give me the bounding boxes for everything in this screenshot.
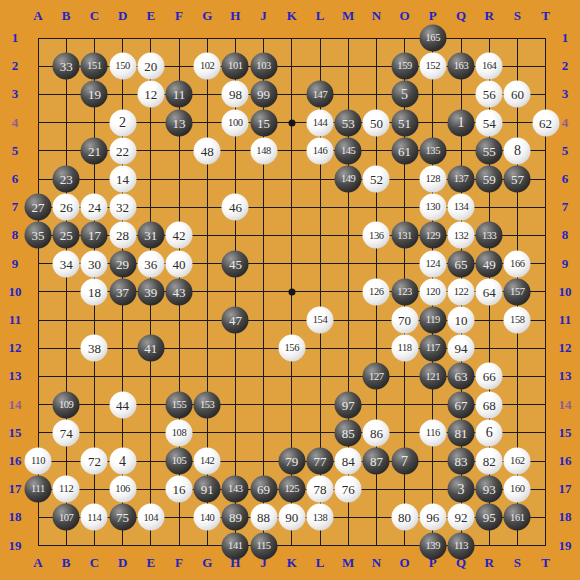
stone-white-36[interactable]: 36 bbox=[137, 250, 164, 277]
stone-number: 45 bbox=[229, 257, 242, 270]
stone-number: 25 bbox=[60, 229, 73, 242]
row-label-left: 14 bbox=[9, 397, 22, 413]
stone-black-107[interactable]: 107 bbox=[53, 504, 80, 531]
column-label-top: J bbox=[260, 8, 267, 24]
stone-black-135[interactable]: 135 bbox=[419, 137, 446, 164]
column-label-top: C bbox=[90, 8, 99, 24]
stone-white-50[interactable]: 50 bbox=[363, 109, 390, 136]
stone-black-15[interactable]: 15 bbox=[250, 109, 277, 136]
stone-white-90[interactable]: 90 bbox=[278, 504, 305, 531]
stone-white-6[interactable]: 6 bbox=[476, 419, 503, 446]
stone-white-76[interactable]: 76 bbox=[335, 476, 362, 503]
stone-white-48[interactable]: 48 bbox=[194, 137, 221, 164]
stone-number: 79 bbox=[285, 455, 298, 468]
stone-white-148[interactable]: 148 bbox=[250, 137, 277, 164]
stone-black-157[interactable]: 157 bbox=[504, 278, 531, 305]
stone-black-117[interactable]: 117 bbox=[419, 335, 446, 362]
column-label-bottom: G bbox=[202, 555, 212, 571]
stone-black-17[interactable]: 17 bbox=[81, 222, 108, 249]
stone-number: 82 bbox=[483, 455, 496, 468]
stone-black-143[interactable]: 143 bbox=[222, 476, 249, 503]
stone-white-22[interactable]: 22 bbox=[109, 137, 136, 164]
stone-number: 154 bbox=[313, 315, 328, 326]
stone-number: 24 bbox=[88, 201, 101, 214]
stone-white-138[interactable]: 138 bbox=[307, 504, 334, 531]
stone-black-85[interactable]: 85 bbox=[335, 419, 362, 446]
stone-black-35[interactable]: 35 bbox=[25, 222, 52, 249]
stone-black-161[interactable]: 161 bbox=[504, 504, 531, 531]
stone-white-110[interactable]: 110 bbox=[25, 448, 52, 475]
stone-white-44[interactable]: 44 bbox=[109, 391, 136, 418]
stone-black-49[interactable]: 49 bbox=[476, 250, 503, 277]
stone-white-52[interactable]: 52 bbox=[363, 166, 390, 193]
stone-black-25[interactable]: 25 bbox=[53, 222, 80, 249]
stone-black-13[interactable]: 13 bbox=[166, 109, 193, 136]
stone-black-53[interactable]: 53 bbox=[335, 109, 362, 136]
stone-black-75[interactable]: 75 bbox=[109, 504, 136, 531]
stone-number: 64 bbox=[483, 285, 496, 298]
stone-white-26[interactable]: 26 bbox=[53, 194, 80, 221]
stone-black-97[interactable]: 97 bbox=[335, 391, 362, 418]
stone-white-38[interactable]: 38 bbox=[81, 335, 108, 362]
stone-white-122[interactable]: 122 bbox=[448, 278, 475, 305]
stone-black-133[interactable]: 133 bbox=[476, 222, 503, 249]
column-label-top: T bbox=[541, 8, 550, 24]
stone-white-120[interactable]: 120 bbox=[419, 278, 446, 305]
stone-white-88[interactable]: 88 bbox=[250, 504, 277, 531]
stone-number: 145 bbox=[341, 146, 356, 157]
stone-number: 5 bbox=[401, 87, 408, 101]
stone-number: 56 bbox=[483, 88, 496, 101]
stone-black-141[interactable]: 141 bbox=[222, 532, 249, 559]
stone-number: 166 bbox=[510, 258, 525, 269]
stone-number: 72 bbox=[88, 455, 101, 468]
stone-black-5[interactable]: 5 bbox=[391, 81, 418, 108]
stone-white-118[interactable]: 118 bbox=[391, 335, 418, 362]
stone-number: 66 bbox=[483, 370, 496, 383]
stone-white-54[interactable]: 54 bbox=[476, 109, 503, 136]
stone-black-149[interactable]: 149 bbox=[335, 166, 362, 193]
stone-white-116[interactable]: 116 bbox=[419, 419, 446, 446]
stone-number: 115 bbox=[257, 540, 271, 551]
stone-black-19[interactable]: 19 bbox=[81, 81, 108, 108]
stone-white-100[interactable]: 100 bbox=[222, 109, 249, 136]
column-label-top: M bbox=[342, 8, 354, 24]
stone-white-80[interactable]: 80 bbox=[391, 504, 418, 531]
stone-number: 114 bbox=[87, 512, 101, 523]
stone-white-162[interactable]: 162 bbox=[504, 448, 531, 475]
column-label-top: H bbox=[230, 8, 240, 24]
stone-number: 134 bbox=[454, 202, 469, 213]
stone-number: 31 bbox=[144, 229, 157, 242]
stone-number: 157 bbox=[510, 287, 525, 298]
stone-white-62[interactable]: 62 bbox=[532, 109, 559, 136]
stone-black-47[interactable]: 47 bbox=[222, 307, 249, 334]
stone-number: 6 bbox=[486, 426, 493, 440]
stone-white-164[interactable]: 164 bbox=[476, 53, 503, 80]
stone-white-104[interactable]: 104 bbox=[137, 504, 164, 531]
stone-black-3[interactable]: 3 bbox=[448, 476, 475, 503]
stone-white-28[interactable]: 28 bbox=[109, 222, 136, 249]
stone-number: 165 bbox=[426, 33, 441, 44]
stone-white-146[interactable]: 146 bbox=[307, 137, 334, 164]
stone-white-46[interactable]: 46 bbox=[222, 194, 249, 221]
row-label-right: 13 bbox=[559, 368, 572, 384]
stone-black-41[interactable]: 41 bbox=[137, 335, 164, 362]
stone-number: 86 bbox=[370, 426, 383, 439]
stone-black-129[interactable]: 129 bbox=[419, 222, 446, 249]
go-board: AABBCCDDEEFFGGHHJJKKLLMMNNOOPPQQRRSSTT11… bbox=[0, 0, 580, 580]
stone-black-37[interactable]: 37 bbox=[109, 278, 136, 305]
stone-number: 35 bbox=[32, 229, 45, 242]
column-label-bottom: E bbox=[146, 555, 155, 571]
stone-white-152[interactable]: 152 bbox=[419, 53, 446, 80]
stone-white-102[interactable]: 102 bbox=[194, 53, 221, 80]
stone-white-140[interactable]: 140 bbox=[194, 504, 221, 531]
stone-number: 2 bbox=[119, 116, 126, 130]
stone-black-87[interactable]: 87 bbox=[363, 448, 390, 475]
stone-number: 101 bbox=[228, 61, 243, 72]
row-label-left: 13 bbox=[9, 368, 22, 384]
stone-black-137[interactable]: 137 bbox=[448, 166, 475, 193]
stone-number: 129 bbox=[426, 230, 441, 241]
stone-number: 48 bbox=[201, 144, 214, 157]
row-label-right: 6 bbox=[562, 171, 569, 187]
stone-number: 16 bbox=[173, 483, 186, 496]
stone-black-55[interactable]: 55 bbox=[476, 137, 503, 164]
row-label-left: 11 bbox=[9, 312, 21, 328]
stone-black-127[interactable]: 127 bbox=[363, 363, 390, 390]
stone-number: 131 bbox=[397, 230, 412, 241]
row-label-left: 5 bbox=[12, 143, 19, 159]
stone-black-113[interactable]: 113 bbox=[448, 532, 475, 559]
stone-white-166[interactable]: 166 bbox=[504, 250, 531, 277]
stone-white-156[interactable]: 156 bbox=[278, 335, 305, 362]
row-label-left: 9 bbox=[12, 256, 19, 272]
stone-black-57[interactable]: 57 bbox=[504, 166, 531, 193]
column-label-bottom: F bbox=[175, 555, 183, 571]
stone-number: 141 bbox=[228, 540, 243, 551]
row-label-left: 17 bbox=[9, 481, 22, 497]
stone-white-128[interactable]: 128 bbox=[419, 166, 446, 193]
stone-black-45[interactable]: 45 bbox=[222, 250, 249, 277]
stone-number: 4 bbox=[119, 454, 126, 468]
stone-black-105[interactable]: 105 bbox=[166, 448, 193, 475]
stone-number: 22 bbox=[116, 144, 129, 157]
stone-number: 144 bbox=[313, 117, 328, 128]
stone-number: 124 bbox=[426, 258, 441, 269]
stone-white-16[interactable]: 16 bbox=[166, 476, 193, 503]
stone-white-130[interactable]: 130 bbox=[419, 194, 446, 221]
row-label-right: 15 bbox=[559, 425, 572, 441]
stone-white-18[interactable]: 18 bbox=[81, 278, 108, 305]
column-label-bottom: R bbox=[484, 555, 493, 571]
stone-white-142[interactable]: 142 bbox=[194, 448, 221, 475]
stone-number: 76 bbox=[342, 483, 355, 496]
column-label-top: S bbox=[514, 8, 521, 24]
stone-white-160[interactable]: 160 bbox=[504, 476, 531, 503]
stone-black-77[interactable]: 77 bbox=[307, 448, 334, 475]
stone-white-106[interactable]: 106 bbox=[109, 476, 136, 503]
stone-black-151[interactable]: 151 bbox=[81, 53, 108, 80]
stone-number: 123 bbox=[397, 287, 412, 298]
stone-white-68[interactable]: 68 bbox=[476, 391, 503, 418]
stone-white-78[interactable]: 78 bbox=[307, 476, 334, 503]
stone-white-30[interactable]: 30 bbox=[81, 250, 108, 277]
stone-number: 70 bbox=[398, 314, 411, 327]
stone-white-20[interactable]: 20 bbox=[137, 53, 164, 80]
stone-white-8[interactable]: 8 bbox=[504, 137, 531, 164]
stone-white-70[interactable]: 70 bbox=[391, 307, 418, 334]
stone-number: 121 bbox=[426, 371, 441, 382]
stone-white-86[interactable]: 86 bbox=[363, 419, 390, 446]
column-label-bottom: T bbox=[541, 555, 550, 571]
row-label-right: 2 bbox=[562, 58, 569, 74]
stone-number: 17 bbox=[88, 229, 101, 242]
stone-number: 13 bbox=[173, 116, 186, 129]
column-label-top: R bbox=[484, 8, 493, 24]
stone-white-136[interactable]: 136 bbox=[363, 222, 390, 249]
stone-black-91[interactable]: 91 bbox=[194, 476, 221, 503]
row-label-right: 18 bbox=[559, 509, 572, 525]
stone-black-103[interactable]: 103 bbox=[250, 53, 277, 80]
stone-black-155[interactable]: 155 bbox=[166, 391, 193, 418]
stone-black-59[interactable]: 59 bbox=[476, 166, 503, 193]
stone-white-60[interactable]: 60 bbox=[504, 81, 531, 108]
stone-white-34[interactable]: 34 bbox=[53, 250, 80, 277]
stone-number: 38 bbox=[88, 342, 101, 355]
column-label-top: N bbox=[372, 8, 381, 24]
stone-number: 119 bbox=[426, 315, 440, 326]
stone-number: 23 bbox=[60, 173, 73, 186]
stone-number: 136 bbox=[369, 230, 384, 241]
row-label-right: 17 bbox=[559, 481, 572, 497]
stone-white-10[interactable]: 10 bbox=[448, 307, 475, 334]
stone-white-14[interactable]: 14 bbox=[109, 166, 136, 193]
stone-black-7[interactable]: 7 bbox=[391, 448, 418, 475]
row-label-right: 10 bbox=[559, 284, 572, 300]
stone-white-144[interactable]: 144 bbox=[307, 109, 334, 136]
stone-number: 97 bbox=[342, 398, 355, 411]
stone-black-125[interactable]: 125 bbox=[278, 476, 305, 503]
stone-black-95[interactable]: 95 bbox=[476, 504, 503, 531]
stone-white-82[interactable]: 82 bbox=[476, 448, 503, 475]
stone-black-153[interactable]: 153 bbox=[194, 391, 221, 418]
stone-number: 80 bbox=[398, 511, 411, 524]
stone-white-40[interactable]: 40 bbox=[166, 250, 193, 277]
column-label-bottom: D bbox=[118, 555, 127, 571]
stone-number: 44 bbox=[116, 398, 129, 411]
stone-black-1[interactable]: 1 bbox=[448, 109, 475, 136]
stone-number: 27 bbox=[32, 201, 45, 214]
stone-number: 139 bbox=[426, 540, 441, 551]
stone-white-108[interactable]: 108 bbox=[166, 419, 193, 446]
stone-black-147[interactable]: 147 bbox=[307, 81, 334, 108]
stone-white-72[interactable]: 72 bbox=[81, 448, 108, 475]
stone-white-98[interactable]: 98 bbox=[222, 81, 249, 108]
stone-white-158[interactable]: 158 bbox=[504, 307, 531, 334]
stone-white-24[interactable]: 24 bbox=[81, 194, 108, 221]
column-label-top: O bbox=[400, 8, 410, 24]
stone-number: 147 bbox=[313, 89, 328, 100]
column-label-top: D bbox=[118, 8, 127, 24]
stone-black-121[interactable]: 121 bbox=[419, 363, 446, 390]
stone-white-64[interactable]: 64 bbox=[476, 278, 503, 305]
stone-number: 18 bbox=[88, 285, 101, 298]
stone-number: 137 bbox=[454, 174, 469, 185]
stone-black-11[interactable]: 11 bbox=[166, 81, 193, 108]
stone-black-67[interactable]: 67 bbox=[448, 391, 475, 418]
stone-number: 14 bbox=[116, 173, 129, 186]
stone-white-2[interactable]: 2 bbox=[109, 109, 136, 136]
row-label-left: 16 bbox=[9, 453, 22, 469]
stone-black-131[interactable]: 131 bbox=[391, 222, 418, 249]
stone-black-93[interactable]: 93 bbox=[476, 476, 503, 503]
stone-number: 88 bbox=[257, 511, 270, 524]
stone-black-119[interactable]: 119 bbox=[419, 307, 446, 334]
stone-number: 163 bbox=[454, 61, 469, 72]
row-label-left: 1 bbox=[12, 30, 19, 46]
stone-white-96[interactable]: 96 bbox=[419, 504, 446, 531]
stone-number: 85 bbox=[342, 426, 355, 439]
stone-black-33[interactable]: 33 bbox=[53, 53, 80, 80]
stone-black-69[interactable]: 69 bbox=[250, 476, 277, 503]
stone-number: 94 bbox=[455, 342, 468, 355]
stone-number: 78 bbox=[314, 483, 327, 496]
stone-number: 61 bbox=[398, 144, 411, 157]
column-label-top: K bbox=[287, 8, 297, 24]
row-label-right: 11 bbox=[559, 312, 571, 328]
stone-black-89[interactable]: 89 bbox=[222, 504, 249, 531]
stone-number: 161 bbox=[510, 512, 525, 523]
stone-black-63[interactable]: 63 bbox=[448, 363, 475, 390]
stone-number: 153 bbox=[200, 399, 215, 410]
stone-black-27[interactable]: 27 bbox=[25, 194, 52, 221]
stone-number: 89 bbox=[229, 511, 242, 524]
stone-black-99[interactable]: 99 bbox=[250, 81, 277, 108]
row-label-left: 3 bbox=[12, 86, 19, 102]
stone-number: 148 bbox=[256, 146, 271, 157]
stone-white-92[interactable]: 92 bbox=[448, 504, 475, 531]
stone-black-31[interactable]: 31 bbox=[137, 222, 164, 249]
stone-black-159[interactable]: 159 bbox=[391, 53, 418, 80]
stone-number: 60 bbox=[511, 88, 524, 101]
row-label-right: 7 bbox=[562, 199, 569, 215]
stone-black-29[interactable]: 29 bbox=[109, 250, 136, 277]
stone-black-43[interactable]: 43 bbox=[166, 278, 193, 305]
stone-black-123[interactable]: 123 bbox=[391, 278, 418, 305]
stone-black-115[interactable]: 115 bbox=[250, 532, 277, 559]
stone-black-139[interactable]: 139 bbox=[419, 532, 446, 559]
stone-number: 138 bbox=[313, 512, 328, 523]
stone-white-154[interactable]: 154 bbox=[307, 307, 334, 334]
stone-white-132[interactable]: 132 bbox=[448, 222, 475, 249]
stone-white-74[interactable]: 74 bbox=[53, 419, 80, 446]
stone-number: 47 bbox=[229, 314, 242, 327]
stone-white-114[interactable]: 114 bbox=[81, 504, 108, 531]
stone-white-84[interactable]: 84 bbox=[335, 448, 362, 475]
stone-black-83[interactable]: 83 bbox=[448, 448, 475, 475]
stone-number: 117 bbox=[426, 343, 440, 354]
stone-white-42[interactable]: 42 bbox=[166, 222, 193, 249]
stone-number: 19 bbox=[88, 88, 101, 101]
stone-number: 1 bbox=[458, 116, 465, 130]
stone-white-32[interactable]: 32 bbox=[109, 194, 136, 221]
stone-number: 100 bbox=[228, 117, 243, 128]
stone-number: 98 bbox=[229, 88, 242, 101]
row-label-left: 7 bbox=[12, 199, 19, 215]
stone-number: 51 bbox=[398, 116, 411, 129]
stone-black-39[interactable]: 39 bbox=[137, 278, 164, 305]
stone-number: 93 bbox=[483, 483, 496, 496]
stone-white-12[interactable]: 12 bbox=[137, 81, 164, 108]
column-label-bottom: C bbox=[90, 555, 99, 571]
stone-number: 95 bbox=[483, 511, 496, 524]
stone-white-150[interactable]: 150 bbox=[109, 53, 136, 80]
stone-black-101[interactable]: 101 bbox=[222, 53, 249, 80]
stone-white-66[interactable]: 66 bbox=[476, 363, 503, 390]
stone-number: 126 bbox=[369, 287, 384, 298]
stone-number: 49 bbox=[483, 257, 496, 270]
stone-number: 133 bbox=[482, 230, 497, 241]
stone-black-81[interactable]: 81 bbox=[448, 419, 475, 446]
stone-white-112[interactable]: 112 bbox=[53, 476, 80, 503]
row-label-left: 19 bbox=[9, 538, 22, 554]
stone-number: 83 bbox=[455, 455, 468, 468]
stone-black-23[interactable]: 23 bbox=[53, 166, 80, 193]
stone-white-4[interactable]: 4 bbox=[109, 448, 136, 475]
stone-number: 127 bbox=[369, 371, 384, 382]
stone-number: 29 bbox=[116, 257, 129, 270]
row-label-left: 12 bbox=[9, 340, 22, 356]
stone-number: 28 bbox=[116, 229, 129, 242]
column-label-bottom: L bbox=[316, 555, 325, 571]
stone-number: 99 bbox=[257, 88, 270, 101]
row-label-left: 10 bbox=[9, 284, 22, 300]
stone-black-111[interactable]: 111 bbox=[25, 476, 52, 503]
stone-white-126[interactable]: 126 bbox=[363, 278, 390, 305]
stone-black-145[interactable]: 145 bbox=[335, 137, 362, 164]
stone-white-56[interactable]: 56 bbox=[476, 81, 503, 108]
column-label-bottom: S bbox=[514, 555, 521, 571]
stone-black-165[interactable]: 165 bbox=[419, 25, 446, 52]
stone-black-109[interactable]: 109 bbox=[53, 391, 80, 418]
stone-white-124[interactable]: 124 bbox=[419, 250, 446, 277]
stone-white-94[interactable]: 94 bbox=[448, 335, 475, 362]
stone-black-21[interactable]: 21 bbox=[81, 137, 108, 164]
stone-number: 33 bbox=[60, 60, 73, 73]
stone-black-61[interactable]: 61 bbox=[391, 137, 418, 164]
row-label-right: 8 bbox=[562, 227, 569, 243]
row-label-right: 12 bbox=[559, 340, 572, 356]
stone-number: 77 bbox=[314, 455, 327, 468]
stone-number: 37 bbox=[116, 285, 129, 298]
row-label-left: 15 bbox=[9, 425, 22, 441]
stone-white-134[interactable]: 134 bbox=[448, 194, 475, 221]
stone-black-79[interactable]: 79 bbox=[278, 448, 305, 475]
stone-number: 143 bbox=[228, 484, 243, 495]
stone-number: 11 bbox=[173, 88, 186, 101]
stone-number: 20 bbox=[144, 60, 157, 73]
stone-black-163[interactable]: 163 bbox=[448, 53, 475, 80]
stone-number: 65 bbox=[455, 257, 468, 270]
stone-number: 116 bbox=[426, 428, 440, 439]
stone-number: 3 bbox=[458, 482, 465, 496]
stone-black-51[interactable]: 51 bbox=[391, 109, 418, 136]
stone-number: 26 bbox=[60, 201, 73, 214]
stone-black-65[interactable]: 65 bbox=[448, 250, 475, 277]
row-label-right: 16 bbox=[559, 453, 572, 469]
